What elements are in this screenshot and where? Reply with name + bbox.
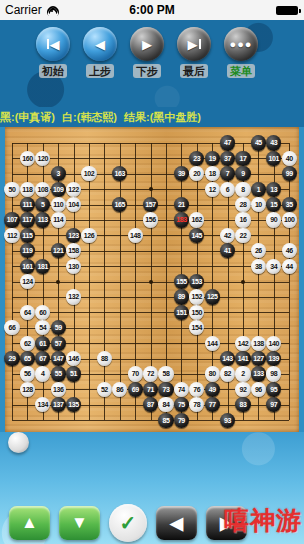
- white-stone-88: 88: [97, 351, 112, 366]
- white-stone-140: 140: [266, 336, 281, 351]
- black-stone-111: 111: [20, 197, 35, 212]
- black-stone-117: 117: [20, 212, 35, 227]
- white-stone-20: 20: [189, 166, 204, 181]
- black-stone-65: 65: [20, 351, 35, 366]
- white-stone-18: 18: [205, 166, 220, 181]
- white-stone-82: 82: [220, 366, 235, 381]
- slider-handle[interactable]: [8, 432, 29, 453]
- toolbar-button-label: 最后: [180, 64, 208, 78]
- black-stone-99: 99: [282, 166, 297, 181]
- black-stone-155: 155: [174, 274, 189, 289]
- white-stone-162: 162: [189, 212, 204, 227]
- black-stone-47: 47: [220, 135, 235, 150]
- toolbar-button-4[interactable]: ▶最后: [177, 27, 211, 107]
- grid-line: [289, 143, 290, 420]
- white-stone-84: 84: [158, 397, 173, 412]
- status-bar: Carrier 6:00 PM: [0, 0, 304, 20]
- white-stone-76: 76: [189, 382, 204, 397]
- white-stone-108: 108: [35, 182, 50, 197]
- black-stone-153: 153: [189, 274, 204, 289]
- black-stone-13: 13: [266, 182, 281, 197]
- toolbar-button-label: 下步: [133, 64, 161, 78]
- white-stone-120: 120: [35, 151, 50, 166]
- white-stone-136: 136: [51, 382, 66, 397]
- white-stone-4: 4: [35, 366, 50, 381]
- black-stone-19: 19: [205, 151, 220, 166]
- black-stone-55: 55: [51, 366, 66, 381]
- white-stone-6: 6: [220, 182, 235, 197]
- black-stone-37: 37: [220, 151, 235, 166]
- white-stone-138: 138: [251, 336, 266, 351]
- white-stone-130: 130: [66, 259, 81, 274]
- white-stone-154: 154: [189, 320, 204, 335]
- white-stone-160: 160: [20, 151, 35, 166]
- white-stone-98: 98: [266, 366, 281, 381]
- black-stone-69: 69: [128, 382, 143, 397]
- white-stone-142: 142: [235, 336, 250, 351]
- black-stone-59: 59: [51, 320, 66, 335]
- black-stone-145: 145: [189, 228, 204, 243]
- black-stone-5: 5: [35, 197, 50, 212]
- toolbar-button-2[interactable]: ◀上步: [83, 27, 117, 107]
- clock-label: 6:00 PM: [0, 3, 304, 17]
- white-stone-78: 78: [189, 397, 204, 412]
- white-stone-64: 64: [20, 305, 35, 320]
- black-stone-183: 183: [174, 212, 189, 227]
- black-stone-67: 67: [35, 351, 50, 366]
- toolbar-button-5[interactable]: ●●●菜单: [224, 27, 258, 107]
- white-stone-110: 110: [51, 197, 66, 212]
- white-stone-134: 134: [35, 397, 50, 412]
- black-stone-79: 79: [174, 413, 189, 428]
- white-stone-58: 58: [158, 366, 173, 381]
- white-stone-46: 46: [282, 243, 297, 258]
- result-label: 结果:(黑中盘胜): [124, 110, 201, 125]
- arrow-up-icon[interactable]: ▲: [9, 506, 50, 540]
- black-stone-101: 101: [266, 151, 281, 166]
- black-stone-1: 1: [251, 182, 266, 197]
- black-stone-95: 95: [266, 382, 281, 397]
- black-stone-113: 113: [35, 212, 50, 227]
- white-stone-126: 126: [81, 228, 96, 243]
- black-stone-45: 45: [251, 135, 266, 150]
- black-stone-85: 85: [158, 413, 173, 428]
- black-stone-121: 121: [51, 243, 66, 258]
- white-stone-10: 10: [251, 197, 266, 212]
- black-stone-15: 15: [266, 197, 281, 212]
- black-stone-7: 7: [220, 166, 235, 181]
- white-stone-102: 102: [81, 166, 96, 181]
- black-stone-107: 107: [4, 212, 19, 227]
- white-stone-90: 90: [266, 212, 281, 227]
- white-stone-52: 52: [97, 382, 112, 397]
- white-stone-8: 8: [235, 182, 250, 197]
- white-stone-66: 66: [4, 320, 19, 335]
- toolbar-button-1[interactable]: ◀初始: [36, 27, 70, 107]
- black-stone-41: 41: [220, 243, 235, 258]
- black-stone-83: 83: [235, 397, 250, 412]
- white-stone-146: 146: [66, 351, 81, 366]
- toolbar-button-label: 上步: [86, 64, 114, 78]
- black-stone-35: 35: [282, 197, 297, 212]
- black-stone-3: 3: [51, 166, 66, 181]
- black-player-label: 黑:(申真谞): [0, 110, 55, 125]
- black-stone-73: 73: [158, 382, 173, 397]
- go-board[interactable]: 4745431601202319371710140310216339201879…: [5, 127, 299, 432]
- battery-icon: [276, 6, 298, 15]
- skip-to-start-icon[interactable]: ◀: [36, 27, 70, 61]
- black-stone-143: 143: [220, 351, 235, 366]
- watermark: 嘻神游: [224, 504, 302, 537]
- white-stone-148: 148: [128, 228, 143, 243]
- white-stone-34: 34: [266, 259, 281, 274]
- white-stone-42: 42: [220, 228, 235, 243]
- black-stone-137: 137: [51, 397, 66, 412]
- black-stone-165: 165: [112, 197, 127, 212]
- black-stone-89: 89: [174, 289, 189, 304]
- black-stone-115: 115: [20, 228, 35, 243]
- white-stone-132: 132: [66, 289, 81, 304]
- white-stone-100: 100: [282, 212, 297, 227]
- black-stone-135: 135: [66, 397, 81, 412]
- white-stone-56: 56: [20, 366, 35, 381]
- skip-to-end-icon[interactable]: ▶: [177, 27, 211, 61]
- black-stone-141: 141: [235, 351, 250, 366]
- black-stone-9: 9: [235, 166, 250, 181]
- white-stone-12: 12: [205, 182, 220, 197]
- star-point: [241, 280, 245, 284]
- star-point: [56, 280, 60, 284]
- toolbar-button-label: 菜单: [227, 64, 255, 78]
- white-stone-150: 150: [189, 305, 204, 320]
- black-stone-39: 39: [174, 166, 189, 181]
- black-stone-163: 163: [112, 166, 127, 181]
- white-player-label: 白:(韩态熙): [62, 110, 117, 125]
- white-stone-156: 156: [143, 212, 158, 227]
- white-stone-104: 104: [66, 197, 81, 212]
- white-stone-112: 112: [4, 228, 19, 243]
- white-stone-122: 122: [66, 182, 81, 197]
- black-stone-93: 93: [220, 413, 235, 428]
- white-stone-2: 2: [235, 366, 250, 381]
- grid-line: [12, 420, 289, 421]
- black-stone-21: 21: [174, 197, 189, 212]
- grid-line: [12, 312, 289, 313]
- white-stone-158: 158: [66, 243, 81, 258]
- black-stone-139: 139: [266, 351, 281, 366]
- white-stone-22: 22: [235, 228, 250, 243]
- menu-dots-icon[interactable]: ●●●: [224, 27, 258, 61]
- white-stone-144: 144: [205, 336, 220, 351]
- toolbar: ◀初始◀上步▶下步▶最后●●●菜单: [0, 20, 304, 107]
- white-stone-152: 152: [189, 289, 204, 304]
- white-stone-28: 28: [235, 197, 250, 212]
- black-stone-127: 127: [251, 351, 266, 366]
- grid-line: [12, 297, 289, 298]
- bottom-panel: ▲▼✓◀▶ 嘻神游: [0, 432, 304, 544]
- step-back-icon[interactable]: ◀: [83, 27, 117, 61]
- black-stone-181: 181: [35, 259, 50, 274]
- white-stone-70: 70: [128, 366, 143, 381]
- black-stone-109: 109: [51, 182, 66, 197]
- black-stone-125: 125: [205, 289, 220, 304]
- black-stone-157: 157: [143, 197, 158, 212]
- game-info-bar: 黑:(申真谞) 白:(韩态熙) 结果:(黑中盘胜): [0, 107, 304, 127]
- black-stone-97: 97: [266, 397, 281, 412]
- white-stone-128: 128: [20, 382, 35, 397]
- toolbar-button-label: 初始: [39, 64, 67, 78]
- white-stone-72: 72: [143, 366, 158, 381]
- check-icon[interactable]: ✓: [109, 504, 147, 542]
- arrow-down-icon[interactable]: ▼: [59, 506, 100, 540]
- black-stone-123: 123: [66, 228, 81, 243]
- arrow-left-icon[interactable]: ◀: [156, 506, 197, 540]
- black-stone-49: 49: [205, 382, 220, 397]
- white-stone-26: 26: [251, 243, 266, 258]
- black-stone-57: 57: [51, 336, 66, 351]
- black-stone-43: 43: [266, 135, 281, 150]
- black-stone-71: 71: [143, 382, 158, 397]
- black-stone-133: 133: [251, 366, 266, 381]
- black-stone-151: 151: [174, 305, 189, 320]
- black-stone-23: 23: [189, 151, 204, 166]
- step-forward-icon[interactable]: ▶: [130, 27, 164, 61]
- black-stone-61: 61: [35, 336, 50, 351]
- white-stone-80: 80: [205, 366, 220, 381]
- white-stone-62: 62: [20, 336, 35, 351]
- white-stone-60: 60: [35, 305, 50, 320]
- black-stone-17: 17: [235, 151, 250, 166]
- white-stone-92: 92: [235, 382, 250, 397]
- star-point: [149, 187, 153, 191]
- star-point: [149, 280, 153, 284]
- white-stone-38: 38: [251, 259, 266, 274]
- black-stone-29: 29: [4, 351, 19, 366]
- white-stone-124: 124: [20, 274, 35, 289]
- black-stone-161: 161: [20, 259, 35, 274]
- white-stone-40: 40: [282, 151, 297, 166]
- white-stone-54: 54: [35, 320, 50, 335]
- white-stone-114: 114: [51, 212, 66, 227]
- black-stone-147: 147: [51, 351, 66, 366]
- black-stone-75: 75: [174, 397, 189, 412]
- white-stone-16: 16: [235, 212, 250, 227]
- black-stone-77: 77: [205, 397, 220, 412]
- white-stone-44: 44: [282, 259, 297, 274]
- white-stone-86: 86: [112, 382, 127, 397]
- white-stone-118: 118: [20, 182, 35, 197]
- black-stone-51: 51: [66, 366, 81, 381]
- white-stone-50: 50: [4, 182, 19, 197]
- white-stone-96: 96: [251, 382, 266, 397]
- black-stone-119: 119: [20, 243, 35, 258]
- toolbar-button-3[interactable]: ▶下步: [130, 27, 164, 107]
- white-stone-74: 74: [174, 382, 189, 397]
- black-stone-87: 87: [143, 397, 158, 412]
